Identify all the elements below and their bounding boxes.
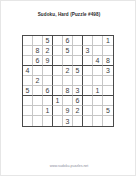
cell-r9c5: 3 [63, 116, 73, 126]
cell-r7c9 [103, 96, 113, 106]
cell-r1c5: 6 [63, 36, 73, 46]
cell-r1c4 [53, 36, 63, 46]
cell-r7c8 [93, 96, 103, 106]
cell-r9c2 [33, 116, 43, 126]
cell-r6c9 [103, 86, 113, 96]
cell-r3c6 [73, 56, 83, 66]
cell-r9c1 [23, 116, 33, 126]
cell-r5c1 [23, 76, 33, 86]
cell-r3c2: 6 [33, 56, 43, 66]
cell-r8c6: 2 [73, 106, 83, 116]
cell-r8c5: 9 [63, 106, 73, 116]
cell-r4c8 [93, 66, 103, 76]
cell-r8c4 [53, 106, 63, 116]
cell-r2c4 [53, 46, 63, 56]
cell-r4c4 [53, 66, 63, 76]
cell-r5c7 [83, 76, 93, 86]
cell-r2c9 [103, 46, 113, 56]
cell-r5c5 [63, 76, 73, 86]
cell-r3c4 [53, 56, 63, 66]
cell-r7c6: 6 [73, 96, 83, 106]
cell-r7c2 [33, 96, 43, 106]
cell-r3c3: 9 [43, 56, 53, 66]
cell-r5c6 [73, 76, 83, 86]
cell-r3c9: 8 [103, 56, 113, 66]
cell-r8c7 [83, 106, 93, 116]
cell-r4c7 [83, 66, 93, 76]
cell-r5c3 [43, 76, 53, 86]
cell-r8c8 [93, 106, 103, 116]
page-title: Sudoku, Hard (Puzzle #498) [1, 12, 136, 17]
cell-r4c2 [33, 66, 43, 76]
cell-r4c1: 4 [23, 66, 33, 76]
cell-r4c3 [43, 66, 53, 76]
cell-r6c8: 1 [93, 86, 103, 96]
sudoku-board: 5618253694842532568311619253 [22, 35, 114, 127]
cell-r6c2 [33, 86, 43, 96]
cell-r1c9: 1 [103, 36, 113, 46]
cell-r5c9 [103, 76, 113, 86]
cell-r3c7 [83, 56, 93, 66]
cell-r6c6: 3 [73, 86, 83, 96]
cell-r8c3: 1 [43, 106, 53, 116]
cell-r2c5: 5 [63, 46, 73, 56]
cell-r9c3 [43, 116, 53, 126]
cell-r5c4 [53, 76, 63, 86]
cell-r7c4: 1 [53, 96, 63, 106]
cell-r5c8 [93, 76, 103, 86]
cell-r2c1 [23, 46, 33, 56]
cell-r8c1 [23, 106, 33, 116]
cell-r6c4 [53, 86, 63, 96]
cell-r4c9: 3 [103, 66, 113, 76]
cell-r9c8 [93, 116, 103, 126]
cell-r9c9 [103, 116, 113, 126]
cell-r1c7 [83, 36, 93, 46]
puzzle-page: Sudoku, Hard (Puzzle #498) 5618253694842… [0, 0, 136, 176]
cell-r1c8 [93, 36, 103, 46]
cell-r1c3: 5 [43, 36, 53, 46]
cell-r9c6 [73, 116, 83, 126]
cell-r7c5 [63, 96, 73, 106]
cell-r9c7 [83, 116, 93, 126]
cell-r7c1 [23, 96, 33, 106]
cell-r6c7 [83, 86, 93, 96]
cell-r6c5: 8 [63, 86, 73, 96]
cell-r2c2: 8 [33, 46, 43, 56]
cell-r3c1 [23, 56, 33, 66]
footer-url: www.sudoku-puzzles.net [1, 164, 136, 168]
cell-r2c3: 2 [43, 46, 53, 56]
cell-r1c1 [23, 36, 33, 46]
cell-r2c6 [73, 46, 83, 56]
cell-r4c5: 2 [63, 66, 73, 76]
cell-r3c5 [63, 56, 73, 66]
cell-r4c6: 5 [73, 66, 83, 76]
cell-r1c6 [73, 36, 83, 46]
cell-r6c1: 5 [23, 86, 33, 96]
cell-r8c9: 5 [103, 106, 113, 116]
cell-r1c2 [33, 36, 43, 46]
cell-r7c3 [43, 96, 53, 106]
cell-r7c7 [83, 96, 93, 106]
cell-r2c8 [93, 46, 103, 56]
cell-r5c2: 2 [33, 76, 43, 86]
cell-r9c4 [53, 116, 63, 126]
cell-r6c3: 6 [43, 86, 53, 96]
cell-r2c7: 3 [83, 46, 93, 56]
cell-r3c8: 4 [93, 56, 103, 66]
cell-r8c2 [33, 106, 43, 116]
